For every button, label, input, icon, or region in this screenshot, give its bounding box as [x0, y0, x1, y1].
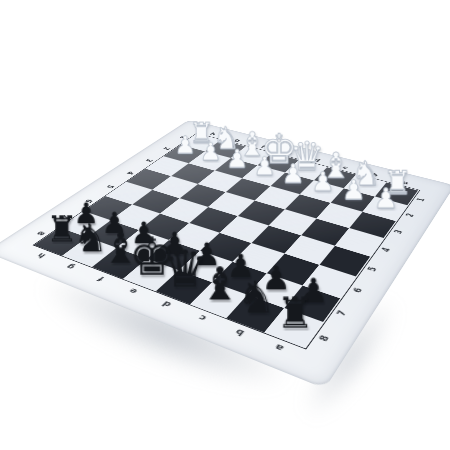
piece-black-knight-b8[interactable]: ♞ — [236, 276, 275, 320]
piece-black-rook-a8[interactable]: ♜ — [275, 291, 313, 334]
piece-white-pawn-c2[interactable]: ♟ — [310, 169, 334, 195]
chessboard: hhggffeeddccbbaa8877665544332211 ♜♞♟♝♟♚♟… — [6, 125, 440, 371]
piece-white-pawn-d2[interactable]: ♟ — [281, 161, 304, 187]
piece-white-pawn-b2[interactable]: ♟ — [341, 177, 365, 204]
piece-black-bishop-c8[interactable]: ♝ — [199, 262, 240, 307]
chessboard-scene: hhggffeeddccbbaa8877665544332211 ♜♞♟♝♟♚♟… — [0, 0, 450, 450]
board-pieces: ♜♞♟♝♟♚♟♛♟♝♟♞♟♜♟♟♟♟♜♟♞♟♝♟♚♟♛♟♝♟♞♜ — [6, 125, 440, 371]
product-photo-chess-set: { "game": "chess", "position": { "fen": … — [0, 0, 450, 450]
